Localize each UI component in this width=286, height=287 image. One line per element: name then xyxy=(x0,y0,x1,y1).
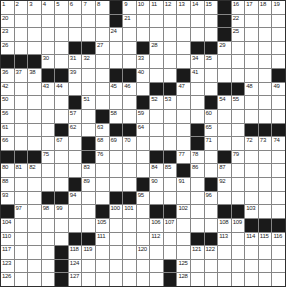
white-cell[interactable] xyxy=(259,205,272,218)
white-cell[interactable] xyxy=(245,110,258,123)
white-cell[interactable] xyxy=(28,15,41,28)
white-cell[interactable] xyxy=(150,137,163,150)
white-cell[interactable] xyxy=(218,137,231,150)
white-cell[interactable]: 43 xyxy=(42,83,55,96)
white-cell[interactable]: 84 xyxy=(150,164,163,177)
white-cell[interactable]: 115 xyxy=(259,233,272,246)
white-cell[interactable] xyxy=(110,42,123,55)
white-cell[interactable] xyxy=(28,28,41,41)
white-cell[interactable] xyxy=(218,260,231,273)
white-cell[interactable] xyxy=(259,28,272,41)
white-cell[interactable] xyxy=(123,55,136,68)
white-cell[interactable] xyxy=(177,219,190,232)
white-cell[interactable] xyxy=(150,15,163,28)
white-cell[interactable] xyxy=(42,219,55,232)
white-cell[interactable]: 48 xyxy=(245,83,258,96)
white-cell[interactable] xyxy=(205,205,218,218)
white-cell[interactable] xyxy=(232,124,245,137)
white-cell[interactable] xyxy=(272,55,285,68)
white-cell[interactable] xyxy=(150,260,163,273)
white-cell[interactable]: 107 xyxy=(164,219,177,232)
white-cell[interactable] xyxy=(110,260,123,273)
white-cell[interactable]: 110 xyxy=(1,233,14,246)
white-cell[interactable] xyxy=(205,273,218,286)
white-cell[interactable] xyxy=(177,192,190,205)
white-cell[interactable]: 52 xyxy=(150,96,163,109)
white-cell[interactable] xyxy=(259,178,272,191)
white-cell[interactable] xyxy=(245,28,258,41)
white-cell[interactable] xyxy=(15,83,28,96)
white-cell[interactable]: 55 xyxy=(232,96,245,109)
white-cell[interactable] xyxy=(42,273,55,286)
white-cell[interactable] xyxy=(82,260,95,273)
white-cell[interactable] xyxy=(15,28,28,41)
white-cell[interactable] xyxy=(55,110,68,123)
white-cell[interactable] xyxy=(232,246,245,259)
white-cell[interactable]: 44 xyxy=(55,83,68,96)
white-cell[interactable] xyxy=(42,260,55,273)
white-cell[interactable] xyxy=(110,151,123,164)
white-cell[interactable] xyxy=(259,164,272,177)
white-cell[interactable]: 11 xyxy=(150,1,163,14)
white-cell[interactable] xyxy=(82,124,95,137)
white-cell[interactable] xyxy=(69,83,82,96)
white-cell[interactable]: 103 xyxy=(245,205,258,218)
white-cell[interactable]: 73 xyxy=(259,137,272,150)
white-cell[interactable] xyxy=(232,164,245,177)
white-cell[interactable]: 77 xyxy=(177,151,190,164)
white-cell[interactable]: 98 xyxy=(42,205,55,218)
white-cell[interactable] xyxy=(55,55,68,68)
white-cell[interactable]: 66 xyxy=(1,137,14,150)
white-cell[interactable]: 121 xyxy=(191,246,204,259)
white-cell[interactable]: 61 xyxy=(1,124,14,137)
white-cell[interactable] xyxy=(232,178,245,191)
white-cell[interactable]: 72 xyxy=(245,137,258,150)
white-cell[interactable] xyxy=(69,164,82,177)
white-cell[interactable]: 31 xyxy=(69,55,82,68)
white-cell[interactable] xyxy=(55,28,68,41)
white-cell[interactable] xyxy=(15,219,28,232)
white-cell[interactable]: 46 xyxy=(123,83,136,96)
white-cell[interactable] xyxy=(82,83,95,96)
white-cell[interactable] xyxy=(15,124,28,137)
white-cell[interactable] xyxy=(245,178,258,191)
white-cell[interactable]: 5 xyxy=(55,1,68,14)
white-cell[interactable] xyxy=(28,192,41,205)
white-cell[interactable] xyxy=(164,15,177,28)
white-cell[interactable] xyxy=(272,28,285,41)
white-cell[interactable]: 65 xyxy=(205,124,218,137)
white-cell[interactable] xyxy=(272,205,285,218)
white-cell[interactable] xyxy=(245,260,258,273)
white-cell[interactable] xyxy=(232,192,245,205)
white-cell[interactable]: 113 xyxy=(218,233,231,246)
white-cell[interactable] xyxy=(42,164,55,177)
white-cell[interactable] xyxy=(28,42,41,55)
white-cell[interactable] xyxy=(123,110,136,123)
white-cell[interactable] xyxy=(15,110,28,123)
white-cell[interactable]: 114 xyxy=(245,233,258,246)
white-cell[interactable] xyxy=(28,219,41,232)
white-cell[interactable] xyxy=(218,69,231,82)
white-cell[interactable] xyxy=(110,219,123,232)
white-cell[interactable]: 36 xyxy=(1,69,14,82)
white-cell[interactable]: 54 xyxy=(218,96,231,109)
white-cell[interactable] xyxy=(69,28,82,41)
white-cell[interactable] xyxy=(15,15,28,28)
white-cell[interactable] xyxy=(272,178,285,191)
white-cell[interactable]: 7 xyxy=(82,1,95,14)
white-cell[interactable]: 71 xyxy=(205,137,218,150)
white-cell[interactable] xyxy=(137,137,150,150)
white-cell[interactable] xyxy=(259,96,272,109)
white-cell[interactable] xyxy=(123,273,136,286)
white-cell[interactable] xyxy=(232,137,245,150)
white-cell[interactable] xyxy=(28,83,41,96)
white-cell[interactable]: 88 xyxy=(1,178,14,191)
white-cell[interactable]: 97 xyxy=(15,205,28,218)
white-cell[interactable]: 49 xyxy=(272,83,285,96)
white-cell[interactable] xyxy=(123,246,136,259)
white-cell[interactable] xyxy=(272,151,285,164)
white-cell[interactable] xyxy=(232,42,245,55)
white-cell[interactable] xyxy=(123,178,136,191)
white-cell[interactable] xyxy=(55,42,68,55)
white-cell[interactable] xyxy=(177,42,190,55)
white-cell[interactable]: 34 xyxy=(191,55,204,68)
white-cell[interactable] xyxy=(177,110,190,123)
white-cell[interactable]: 57 xyxy=(69,110,82,123)
white-cell[interactable]: 83 xyxy=(82,164,95,177)
white-cell[interactable] xyxy=(164,110,177,123)
white-cell[interactable]: 32 xyxy=(82,55,95,68)
white-cell[interactable] xyxy=(232,233,245,246)
white-cell[interactable] xyxy=(232,260,245,273)
white-cell[interactable] xyxy=(69,15,82,28)
white-cell[interactable] xyxy=(259,55,272,68)
white-cell[interactable] xyxy=(15,246,28,259)
white-cell[interactable] xyxy=(96,164,109,177)
white-cell[interactable]: 100 xyxy=(110,205,123,218)
white-cell[interactable]: 108 xyxy=(218,219,231,232)
white-cell[interactable] xyxy=(272,246,285,259)
white-cell[interactable]: 80 xyxy=(1,164,14,177)
white-cell[interactable] xyxy=(232,273,245,286)
white-cell[interactable] xyxy=(96,260,109,273)
white-cell[interactable] xyxy=(205,260,218,273)
white-cell[interactable]: 22 xyxy=(232,15,245,28)
white-cell[interactable]: 28 xyxy=(150,42,163,55)
white-cell[interactable]: 109 xyxy=(232,219,245,232)
white-cell[interactable]: 124 xyxy=(69,260,82,273)
white-cell[interactable]: 64 xyxy=(137,124,150,137)
white-cell[interactable] xyxy=(191,83,204,96)
white-cell[interactable]: 21 xyxy=(123,15,136,28)
white-cell[interactable] xyxy=(259,151,272,164)
white-cell[interactable]: 99 xyxy=(55,205,68,218)
white-cell[interactable] xyxy=(123,260,136,273)
white-cell[interactable] xyxy=(272,192,285,205)
white-cell[interactable] xyxy=(123,164,136,177)
white-cell[interactable] xyxy=(150,28,163,41)
white-cell[interactable]: 20 xyxy=(1,15,14,28)
white-cell[interactable] xyxy=(272,164,285,177)
white-cell[interactable] xyxy=(245,151,258,164)
white-cell[interactable] xyxy=(42,178,55,191)
white-cell[interactable]: 82 xyxy=(28,164,41,177)
white-cell[interactable] xyxy=(177,15,190,28)
white-cell[interactable]: 14 xyxy=(191,1,204,14)
white-cell[interactable]: 92 xyxy=(218,178,231,191)
white-cell[interactable]: 122 xyxy=(205,246,218,259)
white-cell[interactable]: 58 xyxy=(110,110,123,123)
white-cell[interactable]: 10 xyxy=(137,1,150,14)
white-cell[interactable]: 38 xyxy=(28,69,41,82)
white-cell[interactable] xyxy=(82,69,95,82)
white-cell[interactable] xyxy=(15,192,28,205)
white-cell[interactable] xyxy=(272,273,285,286)
white-cell[interactable] xyxy=(69,137,82,150)
white-cell[interactable] xyxy=(191,260,204,273)
white-cell[interactable]: 25 xyxy=(232,28,245,41)
white-cell[interactable] xyxy=(82,15,95,28)
white-cell[interactable] xyxy=(191,273,204,286)
white-cell[interactable] xyxy=(191,205,204,218)
white-cell[interactable] xyxy=(123,28,136,41)
white-cell[interactable]: 59 xyxy=(137,110,150,123)
white-cell[interactable] xyxy=(245,273,258,286)
white-cell[interactable] xyxy=(218,110,231,123)
white-cell[interactable]: 42 xyxy=(1,83,14,96)
white-cell[interactable]: 9 xyxy=(123,1,136,14)
white-cell[interactable] xyxy=(205,15,218,28)
white-cell[interactable] xyxy=(82,110,95,123)
white-cell[interactable]: 24 xyxy=(110,28,123,41)
white-cell[interactable] xyxy=(137,233,150,246)
white-cell[interactable]: 126 xyxy=(1,273,14,286)
white-cell[interactable]: 26 xyxy=(1,42,14,55)
white-cell[interactable] xyxy=(150,192,163,205)
white-cell[interactable] xyxy=(137,28,150,41)
white-cell[interactable] xyxy=(55,233,68,246)
white-cell[interactable]: 118 xyxy=(69,246,82,259)
white-cell[interactable]: 119 xyxy=(82,246,95,259)
white-cell[interactable] xyxy=(164,178,177,191)
white-cell[interactable] xyxy=(245,192,258,205)
white-cell[interactable] xyxy=(245,69,258,82)
white-cell[interactable] xyxy=(177,246,190,259)
white-cell[interactable] xyxy=(69,219,82,232)
white-cell[interactable] xyxy=(272,110,285,123)
white-cell[interactable] xyxy=(96,246,109,259)
white-cell[interactable] xyxy=(232,69,245,82)
white-cell[interactable] xyxy=(42,110,55,123)
white-cell[interactable]: 63 xyxy=(96,124,109,137)
white-cell[interactable]: 56 xyxy=(1,110,14,123)
white-cell[interactable] xyxy=(150,273,163,286)
white-cell[interactable]: 45 xyxy=(110,83,123,96)
white-cell[interactable]: 15 xyxy=(205,1,218,14)
white-cell[interactable] xyxy=(272,96,285,109)
white-cell[interactable] xyxy=(259,69,272,82)
white-cell[interactable] xyxy=(42,42,55,55)
white-cell[interactable]: 16 xyxy=(232,1,245,14)
white-cell[interactable]: 3 xyxy=(28,1,41,14)
white-cell[interactable] xyxy=(137,83,150,96)
white-cell[interactable]: 116 xyxy=(272,233,285,246)
white-cell[interactable]: 1 xyxy=(1,1,14,14)
white-cell[interactable] xyxy=(42,15,55,28)
white-cell[interactable]: 70 xyxy=(123,137,136,150)
white-cell[interactable] xyxy=(191,15,204,28)
white-cell[interactable] xyxy=(123,42,136,55)
white-cell[interactable]: 102 xyxy=(177,205,190,218)
white-cell[interactable] xyxy=(15,137,28,150)
white-cell[interactable]: 94 xyxy=(69,192,82,205)
white-cell[interactable] xyxy=(28,137,41,150)
white-cell[interactable] xyxy=(259,42,272,55)
white-cell[interactable] xyxy=(245,164,258,177)
white-cell[interactable] xyxy=(15,233,28,246)
white-cell[interactable] xyxy=(164,233,177,246)
white-cell[interactable]: 91 xyxy=(177,178,190,191)
white-cell[interactable] xyxy=(15,260,28,273)
white-cell[interactable] xyxy=(205,151,218,164)
white-cell[interactable] xyxy=(245,42,258,55)
white-cell[interactable] xyxy=(42,246,55,259)
white-cell[interactable]: 87 xyxy=(218,164,231,177)
white-cell[interactable] xyxy=(15,42,28,55)
white-cell[interactable] xyxy=(82,219,95,232)
white-cell[interactable] xyxy=(259,246,272,259)
white-cell[interactable] xyxy=(272,15,285,28)
white-cell[interactable] xyxy=(55,15,68,28)
white-cell[interactable] xyxy=(232,55,245,68)
white-cell[interactable] xyxy=(96,28,109,41)
white-cell[interactable]: 29 xyxy=(218,42,231,55)
white-cell[interactable] xyxy=(15,96,28,109)
white-cell[interactable] xyxy=(55,219,68,232)
white-cell[interactable]: 68 xyxy=(96,137,109,150)
white-cell[interactable] xyxy=(259,273,272,286)
white-cell[interactable]: 19 xyxy=(272,1,285,14)
white-cell[interactable] xyxy=(218,192,231,205)
white-cell[interactable] xyxy=(55,164,68,177)
white-cell[interactable] xyxy=(55,151,68,164)
white-cell[interactable]: 93 xyxy=(1,192,14,205)
white-cell[interactable] xyxy=(272,42,285,55)
white-cell[interactable]: 18 xyxy=(259,1,272,14)
white-cell[interactable] xyxy=(82,28,95,41)
white-cell[interactable] xyxy=(28,260,41,273)
white-cell[interactable]: 17 xyxy=(245,1,258,14)
white-cell[interactable] xyxy=(205,83,218,96)
white-cell[interactable]: 104 xyxy=(1,219,14,232)
white-cell[interactable] xyxy=(150,246,163,259)
white-cell[interactable] xyxy=(150,69,163,82)
white-cell[interactable]: 85 xyxy=(164,164,177,177)
white-cell[interactable] xyxy=(150,55,163,68)
white-cell[interactable] xyxy=(110,96,123,109)
white-cell[interactable] xyxy=(96,83,109,96)
white-cell[interactable] xyxy=(55,178,68,191)
white-cell[interactable] xyxy=(272,260,285,273)
white-cell[interactable] xyxy=(137,151,150,164)
white-cell[interactable] xyxy=(205,28,218,41)
white-cell[interactable]: 74 xyxy=(272,137,285,150)
white-cell[interactable]: 53 xyxy=(164,96,177,109)
white-cell[interactable]: 79 xyxy=(232,151,245,164)
white-cell[interactable]: 76 xyxy=(96,151,109,164)
white-cell[interactable]: 67 xyxy=(55,137,68,150)
white-cell[interactable] xyxy=(137,164,150,177)
white-cell[interactable] xyxy=(164,124,177,137)
white-cell[interactable] xyxy=(191,96,204,109)
white-cell[interactable] xyxy=(191,178,204,191)
white-cell[interactable]: 60 xyxy=(205,110,218,123)
white-cell[interactable]: 105 xyxy=(96,219,109,232)
white-cell[interactable] xyxy=(205,69,218,82)
white-cell[interactable]: 125 xyxy=(177,260,190,273)
white-cell[interactable] xyxy=(245,246,258,259)
white-cell[interactable]: 86 xyxy=(191,164,204,177)
white-cell[interactable]: 111 xyxy=(96,233,109,246)
white-cell[interactable] xyxy=(177,137,190,150)
white-cell[interactable] xyxy=(69,151,82,164)
white-cell[interactable] xyxy=(42,233,55,246)
white-cell[interactable] xyxy=(205,219,218,232)
white-cell[interactable]: 95 xyxy=(137,192,150,205)
white-cell[interactable] xyxy=(110,233,123,246)
white-cell[interactable]: 120 xyxy=(137,246,150,259)
white-cell[interactable] xyxy=(96,96,109,109)
white-cell[interactable] xyxy=(259,15,272,28)
white-cell[interactable] xyxy=(164,246,177,259)
white-cell[interactable] xyxy=(82,273,95,286)
white-cell[interactable] xyxy=(137,219,150,232)
white-cell[interactable] xyxy=(137,205,150,218)
white-cell[interactable] xyxy=(110,178,123,191)
white-cell[interactable] xyxy=(28,205,41,218)
white-cell[interactable]: 106 xyxy=(150,219,163,232)
white-cell[interactable] xyxy=(205,164,218,177)
white-cell[interactable]: 6 xyxy=(69,1,82,14)
white-cell[interactable] xyxy=(55,96,68,109)
white-cell[interactable]: 40 xyxy=(137,69,150,82)
white-cell[interactable] xyxy=(28,178,41,191)
white-cell[interactable] xyxy=(218,124,231,137)
white-cell[interactable]: 112 xyxy=(150,233,163,246)
white-cell[interactable]: 123 xyxy=(1,260,14,273)
white-cell[interactable] xyxy=(42,28,55,41)
white-cell[interactable]: 128 xyxy=(177,273,190,286)
white-cell[interactable]: 37 xyxy=(15,69,28,82)
white-cell[interactable] xyxy=(28,110,41,123)
white-cell[interactable]: 96 xyxy=(205,192,218,205)
white-cell[interactable] xyxy=(82,192,95,205)
white-cell[interactable]: 117 xyxy=(1,246,14,259)
white-cell[interactable] xyxy=(259,260,272,273)
white-cell[interactable] xyxy=(69,205,82,218)
white-cell[interactable]: 89 xyxy=(82,178,95,191)
white-cell[interactable] xyxy=(110,164,123,177)
white-cell[interactable] xyxy=(42,124,55,137)
white-cell[interactable] xyxy=(245,15,258,28)
white-cell[interactable] xyxy=(191,28,204,41)
white-cell[interactable]: 12 xyxy=(164,1,177,14)
white-cell[interactable]: 13 xyxy=(177,1,190,14)
